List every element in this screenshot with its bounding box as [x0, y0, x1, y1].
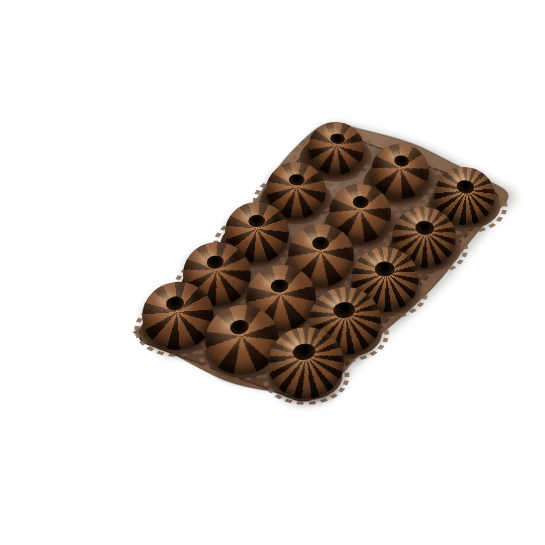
- chocolates-layer: [40, 16, 545, 545]
- product-photo: [40, 16, 545, 545]
- chocolate-piece-spiral: [268, 327, 344, 399]
- chocolate-piece-star: [142, 282, 214, 350]
